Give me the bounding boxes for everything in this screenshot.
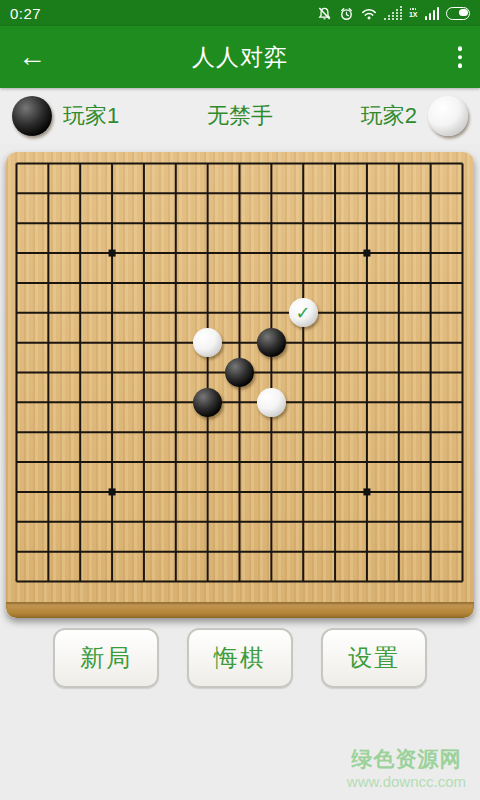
gomoku-board[interactable]: ✓ xyxy=(6,152,474,618)
app-bar: ← 人人对弈 xyxy=(0,26,480,88)
undo-button[interactable]: 悔棋 xyxy=(187,628,293,688)
new-game-button[interactable]: 新局 xyxy=(53,628,159,688)
last-move-check-icon: ✓ xyxy=(296,304,311,322)
stone-white xyxy=(193,328,222,357)
wifi-icon xyxy=(361,6,377,20)
player1-group: 玩家1 xyxy=(12,96,119,136)
sim-signal-dots-icon xyxy=(384,6,402,20)
status-bar: 0:27 xyxy=(0,0,480,26)
board-stones-grid: ✓ xyxy=(6,152,474,596)
watermark-url: www.downcc.com xyxy=(347,773,466,790)
page-title: 人人对弈 xyxy=(0,42,480,73)
watermark: 绿色资源网 www.downcc.com xyxy=(347,747,466,790)
player2-label: 玩家2 xyxy=(361,101,417,131)
player1-label: 玩家1 xyxy=(63,101,119,131)
stone-white-last-move: ✓ xyxy=(289,298,318,327)
watermark-site-name: 绿色资源网 xyxy=(347,747,466,771)
rule-label: 无禁手 xyxy=(207,101,273,131)
network-type-icon: 1X xyxy=(409,8,418,18)
board-edge xyxy=(6,602,474,618)
network-type-label: 1X xyxy=(409,11,418,18)
screen: 0:27 xyxy=(0,0,480,800)
signal-bars-icon xyxy=(425,6,440,20)
player1-black-stone-icon xyxy=(12,96,52,136)
player2-white-stone-icon xyxy=(428,96,468,136)
clock: 0:27 xyxy=(10,5,41,22)
stone-white xyxy=(257,388,286,417)
settings-button[interactable]: 设置 xyxy=(321,628,427,688)
mute-bell-icon xyxy=(317,6,332,21)
controls-bar: 新局 悔棋 设置 xyxy=(0,628,480,688)
stone-black xyxy=(257,328,286,357)
player2-group: 玩家2 xyxy=(361,96,468,136)
stone-black xyxy=(193,388,222,417)
status-icons: 1X xyxy=(317,0,470,26)
overflow-menu-icon[interactable] xyxy=(458,46,463,68)
alarm-clock-icon xyxy=(339,6,354,21)
battery-icon xyxy=(446,7,470,20)
stone-black xyxy=(225,358,254,387)
player-bar: 玩家1 无禁手 玩家2 xyxy=(0,88,480,144)
